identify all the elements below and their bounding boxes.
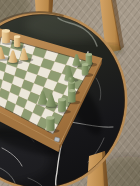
- ball-top: [68, 76, 74, 82]
- cylinder-body: [68, 91, 76, 103]
- cylinder-body: [14, 37, 20, 48]
- cylinder-top: [86, 53, 92, 56]
- cylinder-body: [58, 100, 66, 113]
- cylinder-body: [46, 118, 54, 131]
- chess-set-photo: [0, 0, 140, 186]
- cylinder-body: [82, 64, 89, 75]
- cylinder-top: [46, 116, 54, 120]
- scene: [0, 0, 140, 186]
- cylinder-body: [2, 31, 10, 44]
- ball-highlight: [70, 78, 72, 80]
- cylinder-top: [82, 63, 89, 66]
- cylinder-top: [2, 29, 10, 33]
- cylinder-top: [68, 89, 76, 92]
- cylinder-top: [58, 98, 66, 102]
- cylinder-top: [14, 35, 20, 38]
